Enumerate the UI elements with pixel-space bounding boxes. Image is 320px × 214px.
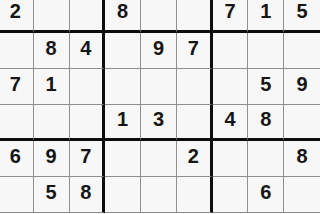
cell-r6c7[interactable] bbox=[213, 177, 249, 213]
cell-r3c5[interactable] bbox=[141, 69, 177, 105]
cell-r3c4[interactable] bbox=[105, 69, 141, 105]
cell-r6c1[interactable] bbox=[0, 177, 34, 213]
cell-r5c5[interactable] bbox=[141, 141, 177, 177]
cell-r4c3[interactable] bbox=[70, 105, 106, 141]
cell-r5c3[interactable]: 7 bbox=[70, 141, 106, 177]
cell-r5c4[interactable] bbox=[105, 141, 141, 177]
cell-r5c8[interactable] bbox=[248, 141, 284, 177]
cell-r1c4[interactable]: 8 bbox=[105, 0, 141, 33]
cell-r2c5[interactable]: 9 bbox=[141, 33, 177, 69]
cell-r5c1[interactable]: 6 bbox=[0, 141, 34, 177]
cell-r2c2[interactable]: 8 bbox=[34, 33, 70, 69]
cell-r4c9[interactable] bbox=[284, 105, 320, 141]
cell-r6c4[interactable] bbox=[105, 177, 141, 213]
sudoku-board: 2871584977159134869728586 bbox=[0, 0, 320, 214]
cell-sliver-c7 bbox=[213, 213, 249, 214]
cell-r1c5[interactable] bbox=[141, 0, 177, 33]
cell-sliver-c4 bbox=[105, 213, 141, 214]
cell-r3c8[interactable]: 5 bbox=[248, 69, 284, 105]
cell-r1c8[interactable]: 1 bbox=[248, 0, 284, 33]
cell-r6c9[interactable] bbox=[284, 177, 320, 213]
cell-r6c3[interactable]: 8 bbox=[70, 177, 106, 213]
cell-sliver-c5 bbox=[141, 213, 177, 214]
sudoku-screen: 2871584977159134869728586 bbox=[0, 0, 320, 214]
cell-sliver-c9 bbox=[284, 213, 320, 214]
cell-r6c8[interactable]: 6 bbox=[248, 177, 284, 213]
cell-r5c7[interactable] bbox=[213, 141, 249, 177]
cell-r4c5[interactable]: 3 bbox=[141, 105, 177, 141]
cell-r2c1[interactable] bbox=[0, 33, 34, 69]
cell-r4c4[interactable]: 1 bbox=[105, 105, 141, 141]
cell-r4c1[interactable] bbox=[0, 105, 34, 141]
cell-r4c6[interactable] bbox=[177, 105, 213, 141]
cell-sliver-c2 bbox=[34, 213, 70, 214]
cell-r3c1[interactable]: 7 bbox=[0, 69, 34, 105]
cell-sliver-c1 bbox=[0, 213, 34, 214]
cell-r1c9[interactable]: 5 bbox=[284, 0, 320, 33]
cell-r3c3[interactable] bbox=[70, 69, 106, 105]
cell-r2c6[interactable]: 7 bbox=[177, 33, 213, 69]
cell-sliver-c3 bbox=[70, 213, 106, 214]
cell-r2c8[interactable] bbox=[248, 33, 284, 69]
cell-r6c2[interactable]: 5 bbox=[34, 177, 70, 213]
cell-sliver-c6 bbox=[177, 213, 213, 214]
cell-sliver-c8 bbox=[248, 213, 284, 214]
cell-r6c5[interactable] bbox=[141, 177, 177, 213]
cell-r5c9[interactable]: 8 bbox=[284, 141, 320, 177]
cell-r2c7[interactable] bbox=[213, 33, 249, 69]
cell-r1c1[interactable]: 2 bbox=[0, 0, 34, 33]
cell-r3c9[interactable]: 9 bbox=[284, 69, 320, 105]
cell-r1c3[interactable] bbox=[70, 0, 106, 33]
cell-r4c7[interactable]: 4 bbox=[213, 105, 249, 141]
cell-r1c6[interactable] bbox=[177, 0, 213, 33]
cell-r1c7[interactable]: 7 bbox=[213, 0, 249, 33]
cell-r5c2[interactable]: 9 bbox=[34, 141, 70, 177]
cell-r3c7[interactable] bbox=[213, 69, 249, 105]
cell-r6c6[interactable] bbox=[177, 177, 213, 213]
cell-r2c9[interactable] bbox=[284, 33, 320, 69]
cell-r2c3[interactable]: 4 bbox=[70, 33, 106, 69]
cell-r1c2[interactable] bbox=[34, 0, 70, 33]
cell-r3c2[interactable]: 1 bbox=[34, 69, 70, 105]
cell-r3c6[interactable] bbox=[177, 69, 213, 105]
cell-r4c8[interactable]: 8 bbox=[248, 105, 284, 141]
cell-r2c4[interactable] bbox=[105, 33, 141, 69]
cell-r5c6[interactable]: 2 bbox=[177, 141, 213, 177]
cell-r4c2[interactable] bbox=[34, 105, 70, 141]
